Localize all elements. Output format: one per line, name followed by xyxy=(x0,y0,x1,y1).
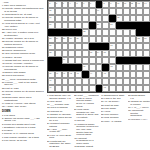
grid-cell: 5 xyxy=(75,1,82,8)
clue-item: 24 Resident manager patrons xyxy=(47,122,72,127)
clue-item: 2 "Encore est couple sans ___" (Oh Chora… xyxy=(2,117,45,122)
bottom-clue-column-2: 35 Want ___ (classified seats or nukes i… xyxy=(74,94,99,149)
grid-cell xyxy=(116,71,123,78)
cell-number: 22 xyxy=(83,30,85,32)
clue-item: 26 Love of "Love Boat" roles xyxy=(47,134,72,139)
grid-cell xyxy=(109,85,116,92)
cell-number: 5 xyxy=(76,2,77,4)
cell-number: 42 xyxy=(70,72,72,74)
grid-cell xyxy=(89,29,96,36)
black-square xyxy=(89,22,96,29)
grid-cell xyxy=(55,43,62,50)
grid-cell xyxy=(55,15,62,22)
grid-cell xyxy=(130,29,137,36)
grid-cell xyxy=(130,50,137,57)
black-square xyxy=(143,29,150,36)
grid-cell xyxy=(82,57,89,64)
cell-number: 36 xyxy=(63,58,65,60)
grid-cell xyxy=(143,85,150,92)
cell-number: 28 xyxy=(138,37,140,39)
clue-item: 10 Country whose chrysanthemum seal is o… xyxy=(2,7,45,12)
grid-cell xyxy=(136,50,143,57)
cell-number: 19 xyxy=(49,23,51,25)
grid-cell: 4 xyxy=(68,1,75,8)
grid-cell: 48 xyxy=(102,85,109,92)
grid-cell: 39 xyxy=(48,71,55,78)
cell-number: 12 xyxy=(131,2,133,4)
grid-cell xyxy=(75,15,82,22)
grid-cell: 6 xyxy=(82,1,89,8)
cell-number: 7 xyxy=(90,2,91,4)
grid-cell: 28 xyxy=(136,36,143,43)
grid-cell xyxy=(62,8,69,15)
grid-cell xyxy=(96,36,103,43)
grid-cell xyxy=(136,71,143,78)
cell-number: 41 xyxy=(63,72,65,74)
black-square xyxy=(62,64,69,71)
grid-cell: 22 xyxy=(82,29,89,36)
grid-cell xyxy=(130,43,137,50)
clue-item: 23 A face only a mother could love, sent… xyxy=(2,31,45,36)
grid-cell xyxy=(116,8,123,15)
cell-number: 4 xyxy=(70,2,71,4)
cell-number: 14 xyxy=(144,2,146,4)
grid-cell xyxy=(109,29,116,36)
grid-cell xyxy=(82,43,89,50)
black-square xyxy=(55,29,62,36)
black-square xyxy=(96,43,103,50)
grid-cell xyxy=(116,78,123,85)
grid-cell xyxy=(62,15,69,22)
cell-number: 25 xyxy=(63,37,65,39)
clue-item: 42 Happiest gymnasium on a coffee split? xyxy=(74,137,99,145)
grid-cell: 15 xyxy=(48,8,55,15)
grid-cell xyxy=(55,22,62,29)
grid-cell xyxy=(109,8,116,15)
clue-item: 41 Whispers whose chemical needles are o… xyxy=(74,123,99,137)
grid-cell xyxy=(143,78,150,85)
clue-item: 32 College named for its school of polit… xyxy=(2,40,45,45)
grid-cell xyxy=(136,15,143,22)
grid-cell xyxy=(89,85,96,92)
clue-item: 21 Doctor who's seeing for a fee xyxy=(47,116,72,121)
black-square xyxy=(123,22,130,29)
cell-number: 21 xyxy=(110,23,112,25)
grid-cell xyxy=(130,64,137,71)
black-square xyxy=(102,64,109,71)
grid-cell xyxy=(102,8,109,15)
grid-cell: 34 xyxy=(96,50,103,57)
cell-number: 39 xyxy=(49,72,51,74)
grid-cell xyxy=(82,8,89,15)
grid-cell: 24 xyxy=(55,36,62,43)
cell-number: 24 xyxy=(56,37,58,39)
black-square xyxy=(143,22,150,29)
grid-cell xyxy=(143,8,150,15)
grid-cell: 17 xyxy=(48,15,55,22)
grid-cell xyxy=(68,22,75,29)
grid-cell: 19 xyxy=(48,22,55,29)
grid-cell: 47 xyxy=(48,85,55,92)
black-square xyxy=(75,64,82,71)
grid-cell: 46 xyxy=(48,78,55,85)
clue-item: 58 South Beach, e.g. xyxy=(128,94,150,99)
grid-cell xyxy=(102,78,109,85)
cell-number: 43 xyxy=(76,72,78,74)
clue-item: 27 Points that are essentially the same,… xyxy=(47,140,72,148)
cell-number: 15 xyxy=(49,9,51,11)
black-square xyxy=(68,64,75,71)
clue-item: 56 Lincoln ___ (part of the Grand Canyon… xyxy=(2,81,45,86)
grid-cell: 26 xyxy=(68,36,75,43)
grid-cell: 16 xyxy=(96,8,103,15)
grid-cell xyxy=(96,57,103,64)
grid-cell xyxy=(62,78,69,85)
grid-cell xyxy=(136,43,143,50)
clue-item: 57 Mme., in Madrid xyxy=(101,120,126,123)
grid-cell: 23 xyxy=(48,36,55,43)
crossword-grid: 1234567891011121314151617181920212223242… xyxy=(47,0,150,93)
grid-cell xyxy=(68,50,75,57)
cell-number: 3 xyxy=(63,2,64,4)
grid-cell xyxy=(62,43,69,50)
cell-number: 40 xyxy=(56,72,58,74)
grid-cell xyxy=(130,85,137,92)
grid-cell: 42 xyxy=(68,71,75,78)
grid-cell xyxy=(68,78,75,85)
grid-cell xyxy=(123,64,130,71)
grid-cell xyxy=(82,85,89,92)
grid-cell xyxy=(136,8,143,15)
grid-cell xyxy=(143,43,150,50)
clue-item: 35 Want ___ (classified seats or nukes i… xyxy=(74,94,99,108)
grid-cell xyxy=(109,36,116,43)
grid-cell xyxy=(68,15,75,22)
grid-cell xyxy=(109,50,116,57)
clue-item: 63 Board game where she's postmistress xyxy=(2,96,45,101)
cell-number: 48 xyxy=(104,86,106,88)
grid-cell: 21 xyxy=(109,22,116,29)
grid-cell xyxy=(123,50,130,57)
grid-cell xyxy=(116,85,123,92)
grid-cell xyxy=(123,15,130,22)
bottom-clue-column-4: 58 South Beach, e.g.59 Ending for contro… xyxy=(128,94,150,149)
grid-cell: 32 xyxy=(48,50,55,57)
cell-number: 6 xyxy=(83,2,84,4)
cell-number: 47 xyxy=(49,86,51,88)
cell-number: 10 xyxy=(117,2,119,4)
grid-cell: 40 xyxy=(55,71,62,78)
grid-cell xyxy=(68,85,75,92)
grid-cell xyxy=(116,29,123,36)
grid-cell xyxy=(102,22,109,29)
grid-cell xyxy=(82,36,89,43)
black-square xyxy=(48,29,55,36)
grid-cell xyxy=(136,64,143,71)
clue-item: 59 Ending for control or column xyxy=(128,100,150,105)
grid-cell xyxy=(143,15,150,22)
grid-cell xyxy=(89,8,96,15)
cell-number: 34 xyxy=(97,51,99,53)
grid-cell xyxy=(136,85,143,92)
clue-item: 17 College named for its school of perfo… xyxy=(2,16,45,21)
grid-cell xyxy=(75,8,82,15)
bottom-clue-column-3: 49 Bandleader's asset50 Land in the sea5… xyxy=(101,94,126,149)
grid-cell xyxy=(89,78,96,85)
grid-cell: 12 xyxy=(130,1,137,8)
black-square xyxy=(96,1,103,8)
cell-number: 27 xyxy=(76,37,78,39)
grid-cell xyxy=(96,78,103,85)
grid-cell xyxy=(55,8,62,15)
grid-cell: 30 xyxy=(48,43,55,50)
cell-number: 11 xyxy=(124,2,126,4)
grid-cell: 33 xyxy=(89,50,96,57)
cell-number: 32 xyxy=(49,51,51,53)
grid-cell xyxy=(109,78,116,85)
grid-cell xyxy=(102,36,109,43)
grid-cell xyxy=(96,64,103,71)
grid-cell xyxy=(123,85,130,92)
grid-cell xyxy=(89,64,96,71)
grid-cell xyxy=(55,50,62,57)
clue-item: 43 Brands' august includes xyxy=(74,145,99,149)
grid-cell xyxy=(123,71,130,78)
grid-cell xyxy=(102,15,109,22)
cell-number: 30 xyxy=(49,44,51,46)
cell-number: 1 xyxy=(49,2,50,4)
across-clue-list: ...com9 Take one's hands on10 Country wh… xyxy=(2,1,45,109)
grid-cell: 41 xyxy=(62,71,69,78)
grid-cell xyxy=(55,85,62,92)
grid-cell xyxy=(102,29,109,36)
black-square xyxy=(55,57,62,64)
grid-cell: 10 xyxy=(116,1,123,8)
clue-item: 63 "Rainforest" director Thometook xyxy=(128,109,150,117)
cell-number: 17 xyxy=(49,16,51,18)
grid-cell: 36 xyxy=(62,57,69,64)
black-square xyxy=(68,29,75,36)
grid-cell xyxy=(109,71,116,78)
black-square xyxy=(48,57,55,64)
grid-cell: 35 xyxy=(102,50,109,57)
grid-cell xyxy=(130,36,137,43)
grid-cell xyxy=(123,43,130,50)
black-square xyxy=(116,57,123,64)
cell-number: 18 xyxy=(117,16,119,18)
clue-item: 66 Repairer (Ave.) xyxy=(128,118,150,121)
black-square xyxy=(89,43,96,50)
grid-cell xyxy=(116,64,123,71)
grid-cell: 45 xyxy=(102,71,109,78)
grid-cell xyxy=(143,64,150,71)
grid-cell xyxy=(68,8,75,15)
grid-cell: 14 xyxy=(143,1,150,8)
grid-cell: 8 xyxy=(102,1,109,8)
grid-cell: 18 xyxy=(116,15,123,22)
grid-cell: 1 xyxy=(48,1,55,8)
left-clue-column: ...com9 Take one's hands on10 Country wh… xyxy=(2,1,45,142)
grid-cell xyxy=(82,22,89,29)
grid-cell xyxy=(130,15,137,22)
grid-cell xyxy=(82,15,89,22)
black-square xyxy=(130,57,137,64)
clue-item: 7 This closing "Isolated," as a thing xyxy=(2,136,45,139)
black-square xyxy=(130,22,137,29)
black-square xyxy=(136,29,143,36)
grid-cell: 44 xyxy=(89,71,96,78)
grid-cell xyxy=(96,15,103,22)
clue-item: 47 College named for its school of proce… xyxy=(2,65,45,70)
grid-cell xyxy=(96,29,103,36)
grid-cell: 11 xyxy=(123,1,130,8)
black-square xyxy=(136,57,143,64)
black-square xyxy=(55,64,62,71)
grid-cell xyxy=(75,57,82,64)
black-square xyxy=(136,22,143,29)
grid-cell xyxy=(89,36,96,43)
grid-cell xyxy=(62,85,69,92)
grid-cell: 2 xyxy=(55,1,62,8)
cell-number: 35 xyxy=(104,51,106,53)
clue-item: 25 "Aged ___ Way" (Frank hit) xyxy=(47,128,72,133)
cell-number: 29 xyxy=(144,37,146,39)
grid-cell xyxy=(123,8,130,15)
grid-cell: 37 xyxy=(82,64,89,71)
clue-item: 36 Mind made incognito for "The Subject … xyxy=(74,108,99,119)
cell-number: 33 xyxy=(90,51,92,53)
grid-cell xyxy=(116,50,123,57)
black-square xyxy=(48,64,55,71)
cell-number: 16 xyxy=(97,9,99,11)
grid-cell xyxy=(68,43,75,50)
grid-cell: 3 xyxy=(62,1,69,8)
grid-cell xyxy=(68,57,75,64)
black-square xyxy=(109,15,116,22)
grid-cell: 31 xyxy=(109,43,116,50)
grid-cell: 7 xyxy=(89,1,96,8)
clue-item: 28 Level 1 checked in the foyer xyxy=(47,148,72,149)
down-header: DOWN xyxy=(2,110,45,113)
crossword-page: ...com9 Take one's hands on10 Country wh… xyxy=(0,0,150,150)
grid-cell xyxy=(75,85,82,92)
grid-cell xyxy=(130,78,137,85)
grid-cell xyxy=(75,43,82,50)
grid-cell xyxy=(123,78,130,85)
black-square xyxy=(116,22,123,29)
grid-cell xyxy=(116,36,123,43)
clue-item: 9 Was thrown copy for Chinese Darwin, e.… xyxy=(47,94,72,99)
cell-number: 38 xyxy=(110,65,112,67)
grid-cell: 38 xyxy=(109,64,116,71)
cell-number: 44 xyxy=(90,72,92,74)
grid-cell xyxy=(89,57,96,64)
grid-cell xyxy=(75,50,82,57)
clue-item: 8 Fine-tuned, as an org. xyxy=(2,139,45,142)
cell-number: 45 xyxy=(104,72,106,74)
grid-cell xyxy=(75,78,82,85)
grid-cell: 25 xyxy=(62,36,69,43)
down-clue-list: 1 Few steps2 "Encore est couple sans ___… xyxy=(2,114,45,142)
grid-cell xyxy=(123,36,130,43)
black-square xyxy=(82,71,89,78)
grid-cell xyxy=(130,8,137,15)
cell-number: 8 xyxy=(104,2,105,4)
cell-number: 2 xyxy=(56,2,57,4)
grid-cell xyxy=(143,50,150,57)
cell-number: 13 xyxy=(138,2,140,4)
black-square xyxy=(75,29,82,36)
grid-cell xyxy=(75,22,82,29)
grid-cell: 27 xyxy=(75,36,82,43)
cell-number: 37 xyxy=(83,65,85,67)
cell-number: 31 xyxy=(110,44,112,46)
grid-cell: 43 xyxy=(75,71,82,78)
black-square xyxy=(123,57,130,64)
cell-number: 9 xyxy=(110,2,111,4)
bottom-clue-column-1: 9 Was thrown copy for Chinese Darwin, e.… xyxy=(47,94,72,149)
grid-cell xyxy=(102,57,109,64)
grid-cell: 13 xyxy=(136,1,143,8)
grid-cell: 29 xyxy=(143,36,150,43)
grid-cell xyxy=(89,15,96,22)
grid-cell xyxy=(82,78,89,85)
grid-cell xyxy=(62,50,69,57)
grid-cell xyxy=(123,29,130,36)
grid-cell xyxy=(130,71,137,78)
grid-cell xyxy=(109,57,116,64)
grid-cell xyxy=(116,43,123,50)
grid-cell xyxy=(62,22,69,29)
grid-cell xyxy=(96,71,103,78)
black-square xyxy=(102,43,109,50)
clue-item: 19 Web series spinoff of "How I Met Your… xyxy=(2,22,45,27)
cell-number: 20 xyxy=(97,23,99,25)
grid-cell xyxy=(55,78,62,85)
cell-number: 23 xyxy=(49,37,51,39)
black-square xyxy=(143,57,150,64)
grid-cell xyxy=(82,50,89,57)
cell-number: 26 xyxy=(70,37,72,39)
black-square xyxy=(96,85,103,92)
cell-number: 46 xyxy=(49,79,51,81)
grid-cell: 9 xyxy=(109,1,116,8)
grid-cell xyxy=(136,78,143,85)
black-square xyxy=(62,29,69,36)
grid-cell xyxy=(143,71,150,78)
clue-item: 65 "Awake" and "Ryan" xyxy=(2,105,45,108)
grid-cell: 20 xyxy=(96,22,103,29)
